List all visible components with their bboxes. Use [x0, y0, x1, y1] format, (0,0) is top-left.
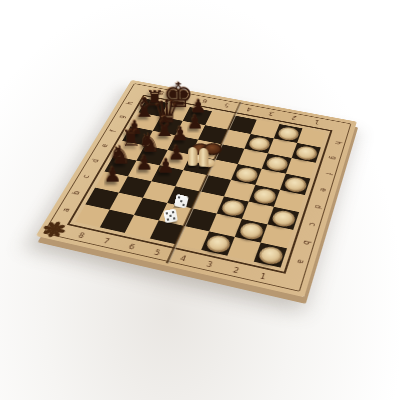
die-pip — [165, 211, 168, 214]
die-pip — [177, 195, 180, 198]
die-face-3 — [173, 193, 188, 208]
die-pip — [172, 216, 175, 219]
light-checker-b2[interactable] — [237, 221, 264, 241]
light-checker-e1[interactable] — [282, 175, 308, 193]
die-pip — [179, 199, 182, 202]
light-checker-c1[interactable] — [270, 209, 297, 228]
die-pip — [171, 210, 174, 213]
pawn-glyph: ♟ — [157, 155, 175, 175]
light-checker-a1[interactable] — [256, 245, 284, 266]
die-face-5 — [163, 208, 178, 223]
die-pip — [182, 203, 185, 206]
pawn-glyph: ♟ — [103, 164, 121, 184]
die-pip — [166, 218, 169, 221]
light-checker-c3[interactable] — [219, 198, 246, 217]
light-checker-d2[interactable] — [251, 187, 277, 205]
game-board: 8765432187654321hgfedcbahgfedcba ♜♝♟♜♞♟♚… — [36, 80, 357, 297]
photo-scene: 8765432187654321hgfedcbahgfedcba ♜♝♟♜♞♟♚… — [0, 0, 400, 400]
light-checker-a3[interactable] — [204, 233, 232, 253]
die-pip — [169, 214, 172, 217]
